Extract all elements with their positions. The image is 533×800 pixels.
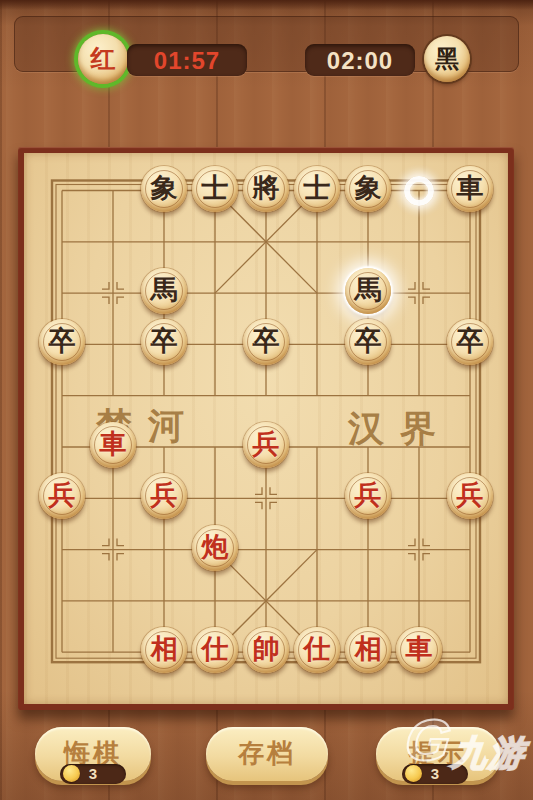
piece-black-soldier[interactable]: 卒 — [447, 319, 493, 365]
piece-black-advisor[interactable]: 士 — [192, 166, 238, 212]
red-clock: 01:57 — [127, 44, 247, 76]
piece-red-chariot[interactable]: 車 — [396, 627, 442, 673]
piece-glyph: 仕 — [294, 627, 340, 672]
black-player-label: 黑 — [435, 46, 459, 72]
piece-glyph: 兵 — [39, 473, 85, 518]
piece-glyph: 卒 — [447, 319, 493, 364]
piece-glyph: 卒 — [345, 319, 391, 364]
piece-red-chariot[interactable]: 車 — [90, 422, 136, 468]
undo-count: 3 — [89, 765, 97, 782]
last-move-origin-marker — [404, 176, 434, 206]
piece-black-general[interactable]: 將 — [243, 166, 289, 212]
piece-glyph: 車 — [396, 627, 442, 672]
piece-glyph: 仕 — [192, 627, 238, 672]
piece-glyph: 車 — [90, 422, 136, 467]
piece-red-advisor[interactable]: 仕 — [192, 627, 238, 673]
piece-glyph: 兵 — [243, 422, 289, 467]
save-button[interactable]: 存档 — [206, 727, 328, 781]
red-player-badge: 红 — [78, 34, 128, 84]
top-edge-shadow — [0, 0, 533, 10]
piece-glyph: 象 — [345, 166, 391, 211]
player-clock-bar: 红 01:57 02:00 黑 — [14, 16, 519, 72]
piece-black-horse[interactable]: 馬 — [345, 268, 391, 314]
piece-glyph: 帥 — [243, 627, 289, 672]
black-clock-time: 02:00 — [327, 47, 393, 74]
piece-black-soldier[interactable]: 卒 — [243, 319, 289, 365]
piece-glyph: 馬 — [141, 268, 187, 313]
piece-black-elephant[interactable]: 象 — [345, 166, 391, 212]
xiangqi-app: 红 01:57 02:00 黑 楚河 汉界 象士將士象車馬馬卒卒卒卒卒車兵兵兵兵… — [0, 0, 533, 800]
piece-red-cannon[interactable]: 炮 — [192, 525, 238, 571]
piece-glyph: 卒 — [141, 319, 187, 364]
piece-black-elephant[interactable]: 象 — [141, 166, 187, 212]
coin-icon — [63, 765, 80, 782]
piece-black-soldier[interactable]: 卒 — [39, 319, 85, 365]
hint-count: 3 — [431, 765, 439, 782]
piece-red-soldier[interactable]: 兵 — [39, 473, 85, 519]
piece-red-general[interactable]: 帥 — [243, 627, 289, 673]
piece-glyph: 兵 — [447, 473, 493, 518]
piece-black-soldier[interactable]: 卒 — [345, 319, 391, 365]
red-clock-time: 01:57 — [154, 47, 220, 74]
piece-red-soldier[interactable]: 兵 — [447, 473, 493, 519]
piece-black-horse[interactable]: 馬 — [141, 268, 187, 314]
piece-glyph: 士 — [192, 166, 238, 211]
piece-glyph: 車 — [447, 166, 493, 211]
piece-glyph: 相 — [345, 627, 391, 672]
piece-red-elephant[interactable]: 相 — [345, 627, 391, 673]
piece-black-chariot[interactable]: 車 — [447, 166, 493, 212]
river-label-right: 汉界 — [348, 405, 452, 454]
piece-black-soldier[interactable]: 卒 — [141, 319, 187, 365]
undo-count-badge: 3 — [60, 764, 126, 784]
piece-red-soldier[interactable]: 兵 — [141, 473, 187, 519]
piece-glyph: 兵 — [141, 473, 187, 518]
piece-red-soldier[interactable]: 兵 — [243, 422, 289, 468]
piece-glyph: 卒 — [39, 319, 85, 364]
coin-icon — [405, 765, 422, 782]
piece-glyph: 相 — [141, 627, 187, 672]
black-clock: 02:00 — [305, 44, 415, 76]
piece-glyph: 象 — [141, 166, 187, 211]
hint-count-badge: 3 — [402, 764, 468, 784]
piece-glyph: 馬 — [345, 268, 391, 313]
red-player-label: 红 — [91, 45, 116, 72]
piece-glyph: 炮 — [192, 525, 238, 570]
black-player-badge: 黑 — [424, 36, 470, 82]
piece-black-advisor[interactable]: 士 — [294, 166, 340, 212]
piece-red-advisor[interactable]: 仕 — [294, 627, 340, 673]
piece-red-soldier[interactable]: 兵 — [345, 473, 391, 519]
piece-glyph: 卒 — [243, 319, 289, 364]
piece-glyph: 士 — [294, 166, 340, 211]
piece-glyph: 兵 — [345, 473, 391, 518]
piece-red-elephant[interactable]: 相 — [141, 627, 187, 673]
piece-glyph: 將 — [243, 166, 289, 211]
